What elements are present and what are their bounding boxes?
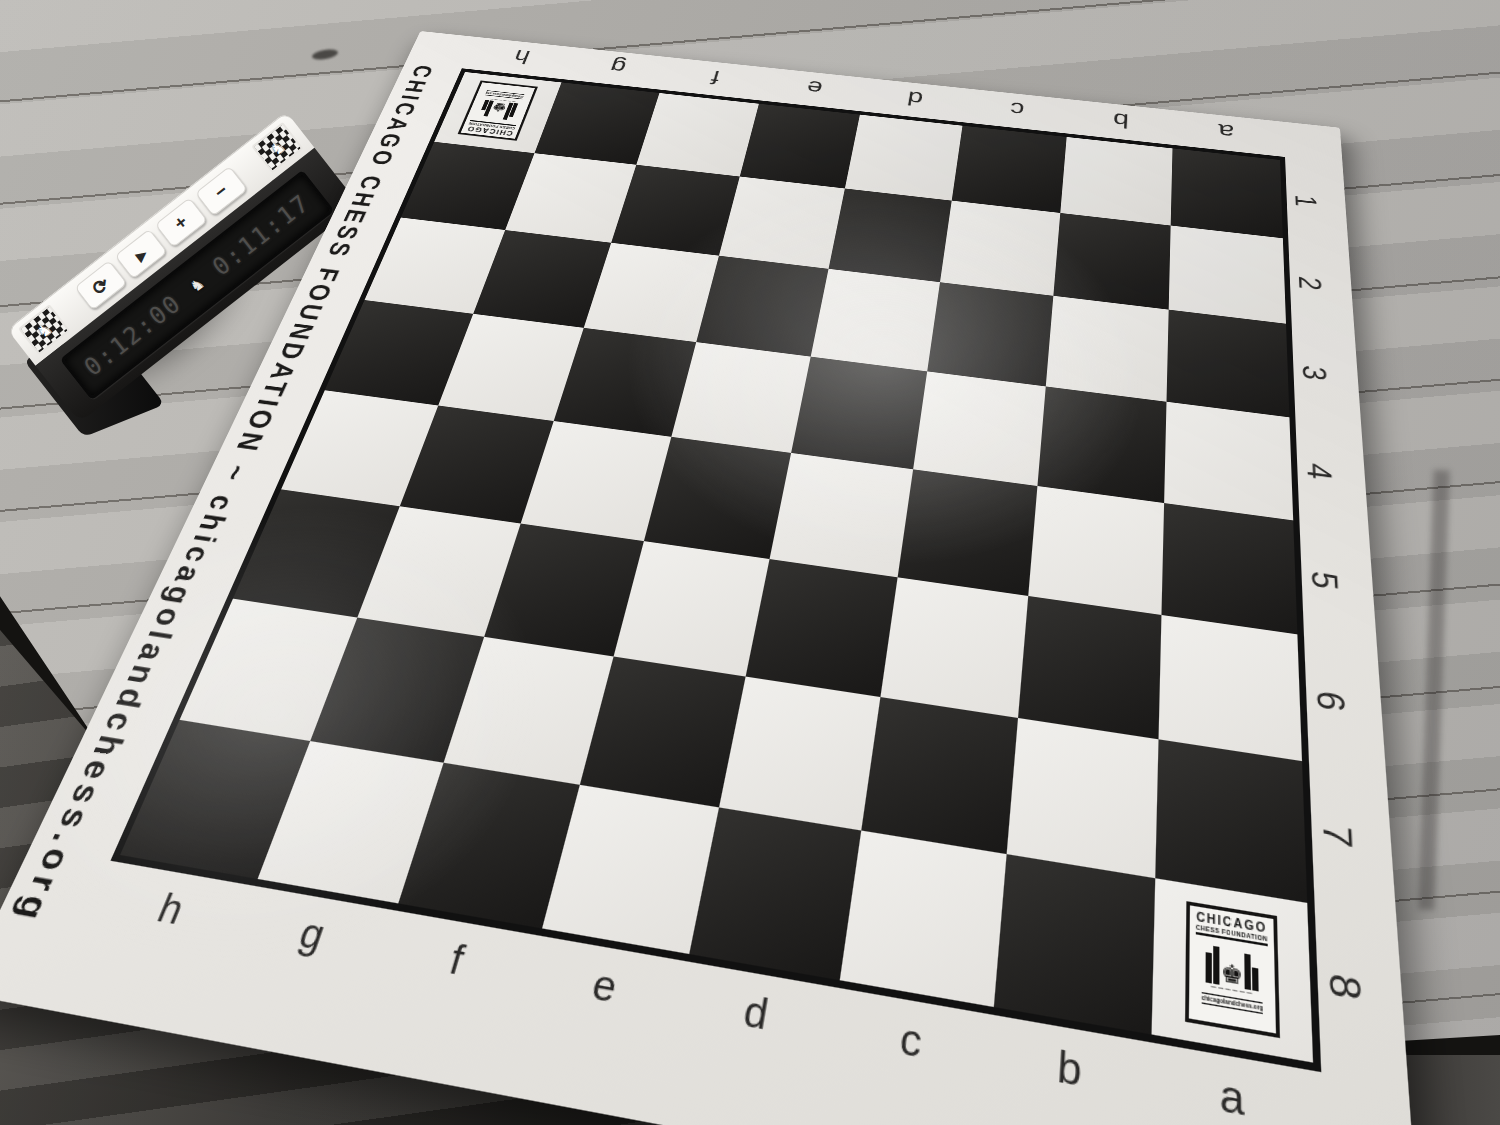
- piece-black-rook-a2[interactable]: ♜: [0, 0, 14, 19]
- square-e3[interactable]: [696, 256, 828, 357]
- white-pawn-icon: ♟: [0, 0, 14, 19]
- black-king-icon: ♚: [0, 0, 16, 20]
- square-c1[interactable]: [952, 126, 1067, 213]
- square-d1[interactable]: [845, 115, 963, 201]
- square-c3[interactable]: [927, 282, 1053, 386]
- piece-white-knight-c2[interactable]: ♞: [0, 0, 14, 19]
- square-a5[interactable]: [1161, 503, 1297, 634]
- square-c5[interactable]: [898, 469, 1038, 596]
- square-a4[interactable]: [1164, 402, 1293, 521]
- piece-black-queen-b6[interactable]: ♛: [0, 0, 14, 19]
- white-rook-icon: ♜: [0, 0, 15, 19]
- black-pawn-icon: ♟: [0, 0, 14, 19]
- square-e1[interactable]: [740, 104, 860, 189]
- square-d5[interactable]: [770, 453, 914, 577]
- piece-white-rook-h2[interactable]: ♜: [0, 0, 14, 19]
- piece-black-pawn-d5[interactable]: ♟: [0, 0, 14, 19]
- black-pawn-icon: ♟: [0, 0, 14, 19]
- black-knight-icon: ♞: [0, 0, 15, 20]
- piece-white-rook-h4[interactable]: ♜: [0, 0, 14, 19]
- piece-black-king-g7[interactable]: ♚: [0, 0, 14, 19]
- square-d7[interactable]: [719, 677, 880, 831]
- square-b1[interactable]: [1060, 137, 1172, 226]
- file-label-bottom-a: a: [1220, 1068, 1245, 1125]
- square-a2[interactable]: [1169, 226, 1286, 324]
- square-c4[interactable]: [913, 371, 1046, 486]
- square-e4[interactable]: [671, 342, 810, 453]
- white-pawn-icon: ♟: [0, 0, 14, 19]
- square-c8[interactable]: [840, 831, 1007, 1008]
- piece-white-pawn-c3[interactable]: ♟: [0, 0, 14, 19]
- square-c2[interactable]: [940, 201, 1060, 296]
- file-label-bottom-b: b: [1056, 1040, 1083, 1097]
- black-pawn-icon: ♟: [0, 0, 14, 19]
- white-pawn-icon: ♟: [0, 0, 14, 19]
- square-c7[interactable]: [861, 697, 1018, 854]
- white-queen-icon: ♛: [0, 0, 14, 19]
- white-pawn-icon: ♟: [0, 0, 15, 19]
- square-e2[interactable]: [719, 177, 845, 269]
- square-d2[interactable]: [829, 188, 952, 282]
- square-b3[interactable]: [1046, 296, 1169, 402]
- square-b2[interactable]: [1053, 213, 1170, 310]
- wood-knot: [311, 48, 338, 61]
- black-rook-icon: ♜: [0, 0, 16, 20]
- piece-white-queen-f3[interactable]: ♛: [0, 0, 14, 19]
- file-label-top-d: d: [905, 87, 924, 110]
- black-pawn-icon: ♟: [0, 0, 14, 19]
- square-a3[interactable]: [1166, 310, 1289, 418]
- piece-white-pawn-e5[interactable]: ♟: [0, 0, 14, 19]
- square-e5[interactable]: [644, 437, 791, 559]
- white-knight-icon: ♞: [0, 0, 14, 19]
- piece-black-knight-h5[interactable]: ♞: [0, 0, 14, 19]
- square-a7[interactable]: [1155, 739, 1307, 903]
- square-d3[interactable]: [811, 269, 940, 372]
- piece-black-pawn-b5[interactable]: ♟: [0, 0, 14, 19]
- black-rook-icon: ♜: [0, 0, 14, 19]
- black-pawn-icon: ♟: [0, 0, 14, 19]
- square-f1[interactable]: [636, 93, 759, 177]
- piece-black-pawn-e7[interactable]: ♟: [0, 0, 14, 19]
- piece-black-rook-f8[interactable]: ♜: [0, 0, 14, 19]
- square-b6[interactable]: [1018, 596, 1161, 739]
- file-label-top-c: c: [1009, 98, 1025, 121]
- square-a6[interactable]: [1159, 615, 1302, 761]
- piece-black-pawn-e6[interactable]: ♟: [0, 0, 14, 19]
- square-d6[interactable]: [746, 559, 898, 697]
- square-a1[interactable]: [1171, 148, 1283, 238]
- square-c6[interactable]: [880, 577, 1028, 718]
- piece-white-pawn-g5[interactable]: ♟: [0, 0, 14, 19]
- square-b5[interactable]: [1028, 486, 1164, 615]
- photo-scene: ♞ ⟳ ▸ + − ♞ 0:12:00 ♞ 0:11:17 CHICAGO CH…: [0, 0, 1500, 1125]
- white-pawn-icon: ♟: [0, 0, 14, 19]
- square-d4[interactable]: [791, 357, 927, 470]
- file-label-top-b: b: [1112, 108, 1129, 132]
- ccf-logo-a8: CHICAGO CHESS FOUNDATION ♚ ~~~~~~ chicag…: [1185, 901, 1280, 1038]
- piece-white-king-d2[interactable]: ♚: [0, 0, 14, 19]
- piece-white-pawn-b4[interactable]: ♟: [0, 0, 14, 19]
- piece-white-pawn-f4[interactable]: ♟: [0, 0, 14, 19]
- black-queen-icon: ♛: [0, 0, 15, 19]
- square-b7[interactable]: [1007, 718, 1159, 878]
- white-king-icon: ♚: [0, 0, 14, 19]
- file-label-top-a: a: [1218, 119, 1234, 143]
- white-rook-icon: ♜: [0, 0, 14, 19]
- piece-black-pawn-g6[interactable]: ♟: [0, 0, 14, 19]
- square-d8[interactable]: [689, 807, 861, 980]
- clock-knight-icon: ♞: [186, 274, 208, 296]
- square-b8[interactable]: [994, 854, 1155, 1034]
- square-b4[interactable]: [1037, 386, 1166, 503]
